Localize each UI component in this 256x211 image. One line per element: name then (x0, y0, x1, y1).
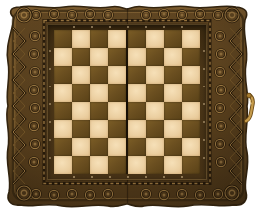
square-c6[interactable] (90, 66, 108, 84)
square-f3[interactable] (146, 120, 164, 138)
square-d2[interactable] (108, 138, 126, 156)
square-h2[interactable] (182, 138, 200, 156)
photo-canvas (0, 0, 256, 211)
brass-latch-icon (243, 92, 256, 124)
square-b7[interactable] (72, 48, 90, 66)
board-right-half (128, 30, 200, 174)
square-d6[interactable] (108, 66, 126, 84)
square-e1[interactable] (128, 156, 146, 174)
square-c3[interactable] (90, 120, 108, 138)
square-b5[interactable] (72, 84, 90, 102)
square-g5[interactable] (164, 84, 182, 102)
square-a1[interactable] (54, 156, 72, 174)
square-b4[interactable] (72, 102, 90, 120)
square-h7[interactable] (182, 48, 200, 66)
square-e4[interactable] (128, 102, 146, 120)
square-b8[interactable] (72, 30, 90, 48)
square-f4[interactable] (146, 102, 164, 120)
playing-field (47, 24, 207, 180)
square-d5[interactable] (108, 84, 126, 102)
square-g2[interactable] (164, 138, 182, 156)
square-h4[interactable] (182, 102, 200, 120)
square-e5[interactable] (128, 84, 146, 102)
border-notches-bottom (57, 176, 197, 178)
square-h6[interactable] (182, 66, 200, 84)
square-g7[interactable] (164, 48, 182, 66)
square-b2[interactable] (72, 138, 90, 156)
square-h1[interactable] (182, 156, 200, 174)
square-a4[interactable] (54, 102, 72, 120)
square-g6[interactable] (164, 66, 182, 84)
square-a5[interactable] (54, 84, 72, 102)
square-f6[interactable] (146, 66, 164, 84)
square-d4[interactable] (108, 102, 126, 120)
square-c8[interactable] (90, 30, 108, 48)
square-f5[interactable] (146, 84, 164, 102)
square-g3[interactable] (164, 120, 182, 138)
square-f7[interactable] (146, 48, 164, 66)
square-f2[interactable] (146, 138, 164, 156)
square-b3[interactable] (72, 120, 90, 138)
square-b6[interactable] (72, 66, 90, 84)
square-d1[interactable] (108, 156, 126, 174)
chess-board-box (0, 0, 256, 211)
square-b1[interactable] (72, 156, 90, 174)
square-a3[interactable] (54, 120, 72, 138)
square-e8[interactable] (128, 30, 146, 48)
square-c2[interactable] (90, 138, 108, 156)
square-e3[interactable] (128, 120, 146, 138)
square-h8[interactable] (182, 30, 200, 48)
square-a7[interactable] (54, 48, 72, 66)
border-notches-top (57, 26, 197, 28)
square-a8[interactable] (54, 30, 72, 48)
square-g1[interactable] (164, 156, 182, 174)
square-e2[interactable] (128, 138, 146, 156)
square-c4[interactable] (90, 102, 108, 120)
square-a2[interactable] (54, 138, 72, 156)
square-e7[interactable] (128, 48, 146, 66)
square-f8[interactable] (146, 30, 164, 48)
board-left-half (54, 30, 126, 174)
square-d7[interactable] (108, 48, 126, 66)
square-a6[interactable] (54, 66, 72, 84)
square-d3[interactable] (108, 120, 126, 138)
square-f1[interactable] (146, 156, 164, 174)
square-g8[interactable] (164, 30, 182, 48)
square-h5[interactable] (182, 84, 200, 102)
border-notches-left (49, 34, 51, 170)
square-g4[interactable] (164, 102, 182, 120)
square-h3[interactable] (182, 120, 200, 138)
square-c7[interactable] (90, 48, 108, 66)
square-c1[interactable] (90, 156, 108, 174)
square-c5[interactable] (90, 84, 108, 102)
border-notches-right (203, 34, 205, 170)
chess-grid (54, 30, 200, 174)
square-e6[interactable] (128, 66, 146, 84)
square-d8[interactable] (108, 30, 126, 48)
